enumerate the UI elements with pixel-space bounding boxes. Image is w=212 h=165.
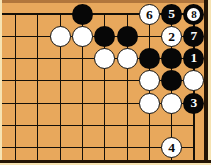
stone-white-c8r7-move4: 4 — [161, 137, 182, 158]
stone-white-c5r3 — [94, 48, 115, 69]
stone-white-c3r2 — [50, 26, 71, 47]
stone-white-c7r1-move6: 6 — [139, 4, 160, 25]
stone-black-c4r1 — [72, 4, 93, 25]
stone-white-c6r3 — [117, 48, 138, 69]
stone-black-c8r4 — [161, 70, 182, 91]
stone-white-c7r4 — [139, 70, 160, 91]
board-frame-top — [0, 0, 211, 3]
stone-black-c9r5-move3: 3 — [183, 93, 204, 114]
board-frame-left — [0, 0, 2, 165]
stone-black-c8r3 — [161, 48, 182, 69]
go-board-diagram: 65827134 — [0, 0, 211, 165]
board-frame-right-light — [208, 0, 212, 165]
stone-white-c8r2-move2: 2 — [161, 26, 182, 47]
stone-black-c7r3 — [139, 48, 160, 69]
stone-black-c8r1-move5: 5 — [161, 4, 182, 25]
stone-white-c9r1-move8: 8 — [183, 4, 204, 25]
stone-white-c4r2 — [72, 26, 93, 47]
stone-white-c7r5 — [139, 93, 160, 114]
stone-white-c9r4 — [183, 70, 204, 91]
stone-white-c8r5 — [161, 93, 182, 114]
grid-hline — [2, 125, 195, 126]
stone-black-c9r2-move7: 7 — [183, 26, 204, 47]
stone-black-c9r3-move1: 1 — [183, 48, 204, 69]
board-frame-bottom-light — [0, 163, 211, 165]
stone-black-c6r2 — [117, 26, 138, 47]
stone-black-c5r2 — [94, 26, 115, 47]
